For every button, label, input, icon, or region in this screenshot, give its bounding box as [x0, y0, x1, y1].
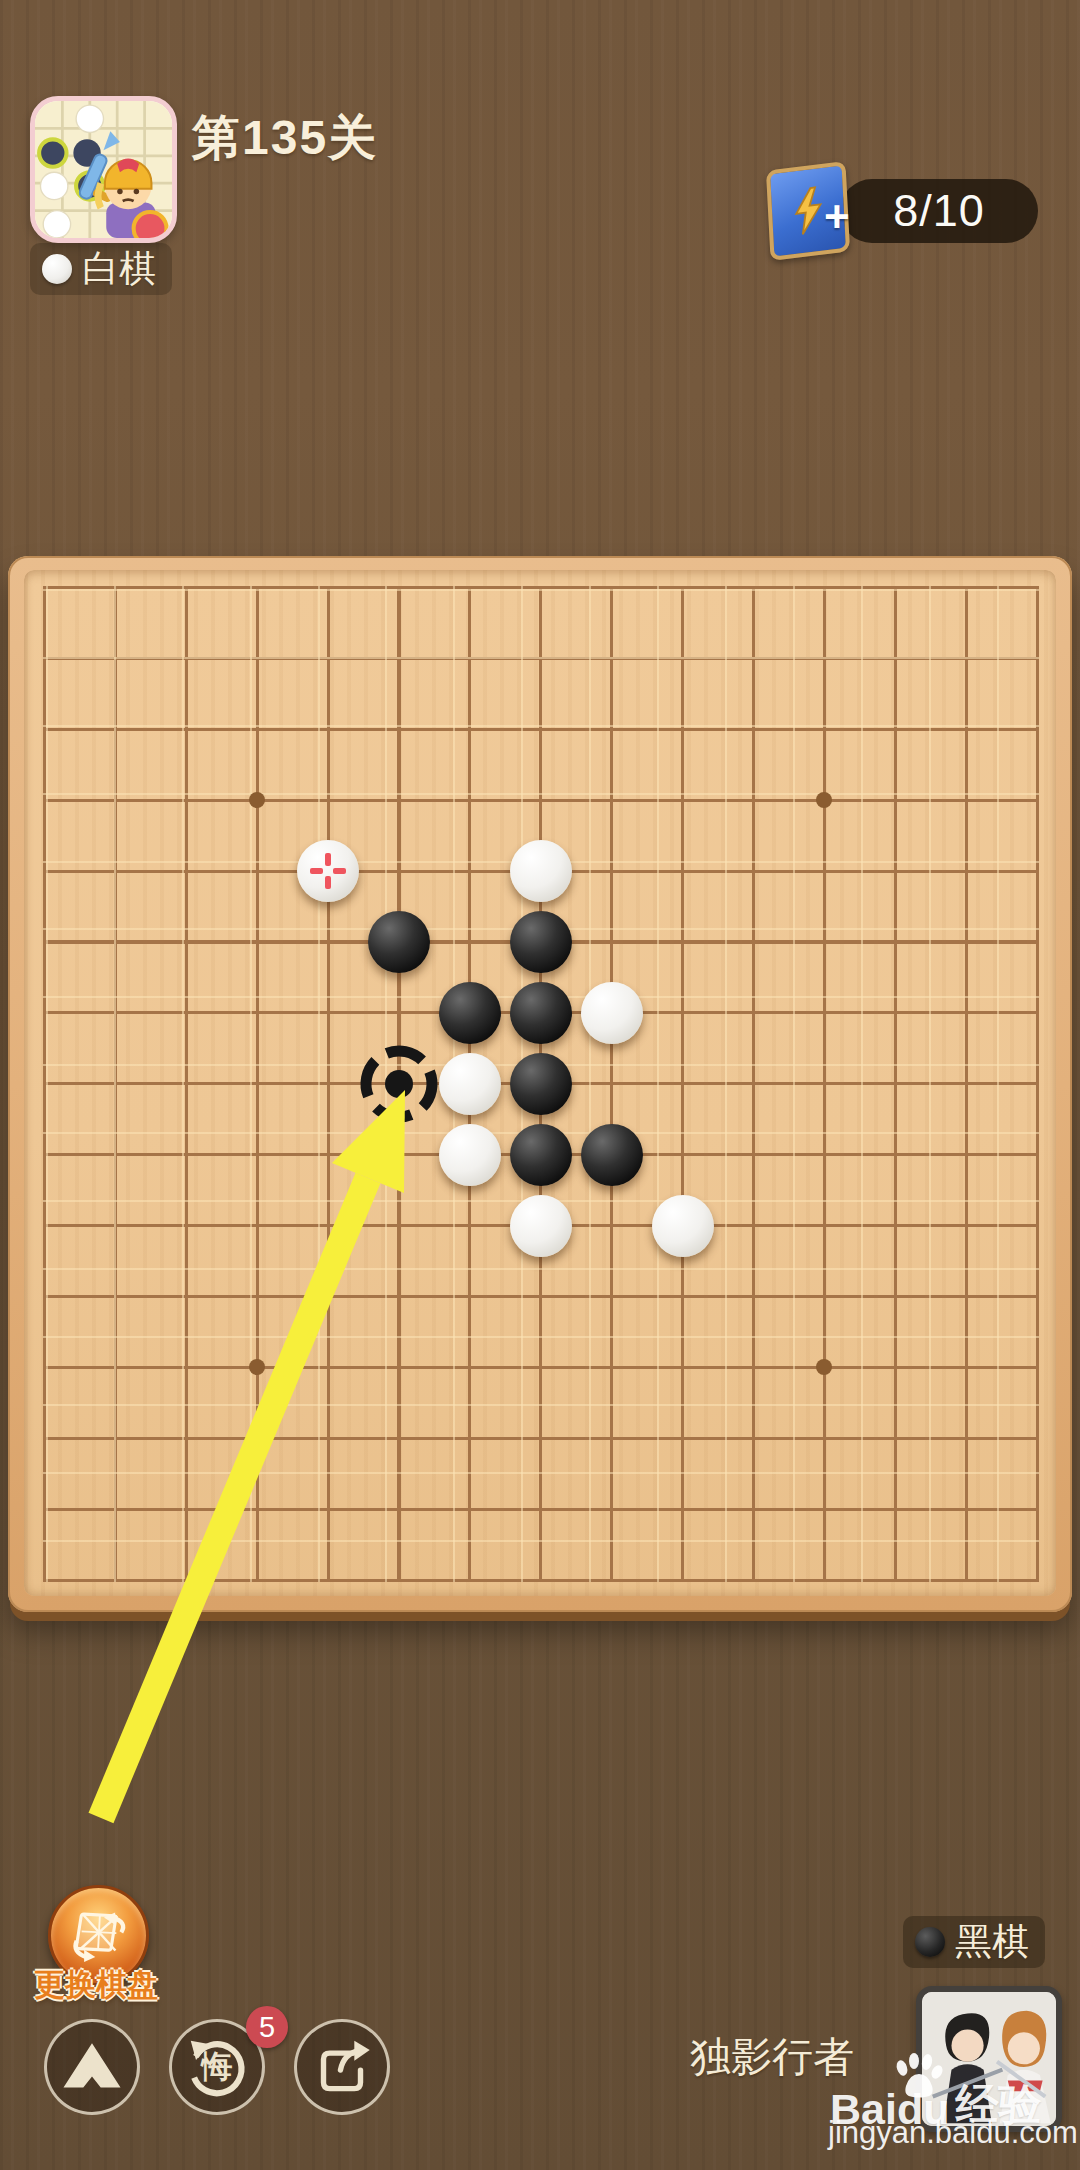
share-icon — [305, 2030, 379, 2104]
star-point — [816, 792, 832, 808]
energy-plus-icon[interactable]: + — [824, 192, 850, 242]
board-frame — [8, 556, 1072, 1612]
opponent-side-label: 黑棋 — [955, 1917, 1029, 1967]
stone-white — [581, 982, 643, 1044]
stone-white — [297, 840, 359, 902]
stone-black — [510, 1053, 572, 1115]
share-button[interactable] — [294, 2019, 390, 2115]
last-move-cross-marker — [309, 852, 347, 890]
opponent-name: 独影行者 — [690, 2030, 854, 2085]
stone-white — [439, 1053, 501, 1115]
star-point — [816, 1359, 832, 1375]
stone-white — [510, 1195, 572, 1257]
player-side-label: 白棋 — [82, 244, 156, 294]
opponent-side-chip: 黑棋 — [903, 1916, 1045, 1968]
star-point — [249, 792, 265, 808]
stone-black — [510, 1124, 572, 1186]
black-stone-icon — [915, 1927, 945, 1957]
change-board-icon — [68, 1905, 130, 1967]
stone-white — [439, 1124, 501, 1186]
player-side-chip: 白棋 — [30, 243, 172, 295]
stone-black — [510, 911, 572, 973]
mini-board-knight-icon — [35, 101, 172, 238]
suggested-move-target-marker[interactable] — [354, 1039, 444, 1129]
change-board-label[interactable]: 更换棋盘 — [18, 1964, 174, 2006]
stone-black — [368, 911, 430, 973]
game-screen: 第135关 白棋 8/10 + — [0, 0, 1080, 2170]
stone-black — [581, 1124, 643, 1186]
energy-count: 8/10 — [893, 185, 985, 237]
stone-white — [652, 1195, 714, 1257]
baidu-paw-icon — [892, 2052, 944, 2100]
stone-black — [439, 982, 501, 1044]
stone-white — [510, 840, 572, 902]
level-title: 第135关 — [192, 106, 378, 170]
star-point — [249, 1359, 265, 1375]
undo-count-badge: 5 — [246, 2006, 288, 2048]
white-stone-icon — [42, 254, 72, 284]
level-app-icon — [30, 96, 177, 243]
energy-pill: 8/10 — [840, 179, 1038, 243]
up-arrow-icon — [54, 2029, 130, 2105]
raise-button[interactable] — [44, 2019, 140, 2115]
board-grid[interactable] — [43, 586, 1039, 1582]
stone-black — [510, 982, 572, 1044]
